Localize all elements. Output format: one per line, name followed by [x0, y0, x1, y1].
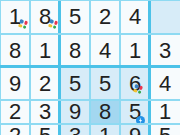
cell-r0c2[interactable]: 5 [60, 0, 90, 34]
cell-r4c4[interactable]: 9 [120, 124, 150, 135]
cell-digit: 4 [90, 34, 120, 67]
cell-r1c2[interactable]: 8 [60, 34, 90, 67]
cell-digit: 8 [60, 34, 90, 67]
cell-r2c1[interactable]: 2 [30, 67, 60, 100]
cell-digit: 8 [90, 100, 120, 124]
cell-r3c5[interactable]: 1 [150, 100, 180, 124]
cell-digit: 2 [30, 67, 60, 100]
cell-r0c1[interactable]: 8 [30, 0, 60, 34]
cell-digit: 1 [120, 34, 150, 67]
cell-r2c0[interactable]: 9 [0, 67, 30, 100]
cell-digit: 4 [120, 0, 150, 34]
cell-r1c1[interactable]: 1 [30, 34, 60, 67]
cell-digit: 3 [30, 100, 60, 124]
cell-r1c3[interactable]: 4 [90, 34, 120, 67]
cell-r1c4[interactable]: 1 [120, 34, 150, 67]
cell-r2c2[interactable]: 5 [60, 67, 90, 100]
cell-r0c4[interactable]: 4 [120, 0, 150, 34]
cell-r0c5[interactable] [150, 0, 180, 34]
cell-digit [150, 0, 180, 34]
cell-digit: 3 [60, 124, 90, 135]
cell-digit: 2 [0, 100, 30, 124]
cell-digit: 5 [90, 67, 120, 100]
cell-r4c5[interactable]: 5 [150, 124, 180, 135]
cell-r4c3[interactable]: 1 [90, 124, 120, 135]
cell-digit: 5 [30, 124, 60, 135]
cell-r1c0[interactable]: 8 [0, 34, 30, 67]
cell-r1c5[interactable]: 3 [150, 34, 180, 67]
cell-r2c4[interactable]: 6 [120, 67, 150, 100]
cell-r0c3[interactable]: 2 [90, 0, 120, 34]
cell-digit: 9 [0, 67, 30, 100]
cell-digit: 9 [60, 100, 90, 124]
cell-digit: 1 [150, 100, 180, 124]
cell-r3c4[interactable]: 5 [120, 100, 150, 124]
cell-digit: 5 [120, 100, 150, 124]
cell-digit: 5 [150, 124, 180, 135]
cell-digit: 1 [30, 34, 60, 67]
cell-digit: 3 [150, 34, 180, 67]
cell-digit: 2 [90, 0, 120, 34]
cell-r3c2[interactable]: 9 [60, 100, 90, 124]
cell-r2c3[interactable]: 5 [90, 67, 120, 100]
cell-r0c0[interactable]: 1 [0, 0, 30, 34]
cell-r4c2[interactable]: 3 [60, 124, 90, 135]
cell-digit: 8 [0, 34, 30, 67]
sudoku-board: 18524818413925564239851253195 [0, 0, 180, 135]
cell-r3c0[interactable]: 2 [0, 100, 30, 124]
cell-digit: 9 [120, 124, 150, 135]
cell-r3c3-selected[interactable]: 8 [90, 100, 120, 124]
sudoku-app-screen: 18524818413925564239851253195 [0, 0, 180, 135]
cell-r3c1[interactable]: 3 [30, 100, 60, 124]
cell-digit: 4 [150, 67, 180, 100]
cell-digit: 2 [0, 124, 30, 135]
cell-r4c1[interactable]: 5 [30, 124, 60, 135]
cell-digit: 1 [90, 124, 120, 135]
cell-digit: 5 [60, 0, 90, 34]
cell-r4c0[interactable]: 2 [0, 124, 30, 135]
cell-r2c5[interactable]: 4 [150, 67, 180, 100]
cell-digit: 5 [60, 67, 90, 100]
